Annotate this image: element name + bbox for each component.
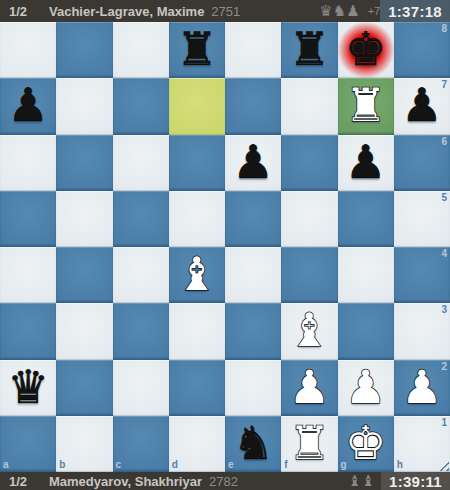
- black-player-name: Vachier-Lagrave, Maxime: [49, 4, 204, 19]
- black-pawn[interactable]: ♟: [233, 139, 274, 185]
- square-f7[interactable]: [281, 78, 337, 134]
- white-pawn[interactable]: ♟: [289, 364, 330, 410]
- square-g3[interactable]: [338, 303, 394, 359]
- white-captured-pieces: ♝♝: [348, 474, 375, 489]
- square-g2[interactable]: ♟: [338, 360, 394, 416]
- square-a8[interactable]: [0, 22, 56, 78]
- white-bishop[interactable]: ♝: [176, 251, 217, 297]
- square-b1[interactable]: b: [56, 416, 112, 472]
- square-b5[interactable]: [56, 191, 112, 247]
- square-c4[interactable]: [113, 247, 169, 303]
- rank-label-6: 6: [441, 137, 447, 147]
- square-c3[interactable]: [113, 303, 169, 359]
- square-d8[interactable]: ♜: [169, 22, 225, 78]
- file-label-d: d: [172, 460, 178, 470]
- rank-label-7: 7: [441, 80, 447, 90]
- black-rook[interactable]: ♜: [176, 26, 217, 72]
- file-label-b: b: [59, 460, 65, 470]
- black-king[interactable]: ♚: [345, 26, 386, 72]
- square-h5[interactable]: 5: [394, 191, 450, 247]
- black-pawn[interactable]: ♟: [401, 82, 442, 128]
- square-d6[interactable]: [169, 135, 225, 191]
- square-g5[interactable]: [338, 191, 394, 247]
- square-e8[interactable]: [225, 22, 281, 78]
- square-h3[interactable]: 3: [394, 303, 450, 359]
- square-d4[interactable]: ♝: [169, 247, 225, 303]
- square-h6[interactable]: 6: [394, 135, 450, 191]
- white-pawn[interactable]: ♟: [401, 364, 442, 410]
- square-b8[interactable]: [56, 22, 112, 78]
- square-f4[interactable]: [281, 247, 337, 303]
- rank-label-8: 8: [441, 24, 447, 34]
- black-player-score: 1/2: [0, 4, 35, 19]
- square-a4[interactable]: [0, 247, 56, 303]
- rank-label-2: 2: [441, 362, 447, 372]
- square-h2[interactable]: 2♟: [394, 360, 450, 416]
- rank-label-5: 5: [441, 193, 447, 203]
- square-e2[interactable]: [225, 360, 281, 416]
- square-g4[interactable]: [338, 247, 394, 303]
- square-b7[interactable]: [56, 78, 112, 134]
- rank-label-3: 3: [441, 305, 447, 315]
- square-h4[interactable]: 4: [394, 247, 450, 303]
- black-captured-pieces: ♛♞♟: [319, 4, 359, 19]
- white-clock: 1:39:11: [381, 472, 450, 490]
- bottom-player-bar: 1/2 Mamedyarov, Shakhriyar 2782 ♝♝ 1:39:…: [0, 472, 450, 490]
- file-label-g: g: [341, 460, 347, 470]
- rank-label-1: 1: [441, 418, 447, 428]
- square-e3[interactable]: [225, 303, 281, 359]
- white-player-rating: 2782: [209, 474, 238, 489]
- square-h8[interactable]: 8: [394, 22, 450, 78]
- square-c2[interactable]: [113, 360, 169, 416]
- black-queen[interactable]: ♛: [8, 364, 49, 410]
- square-d7[interactable]: [169, 78, 225, 134]
- chess-board: ♜♜♚8♟♜7♟♟♟65♝4♝3♛♟♟2♟abcde♞f♜g♚1h: [0, 22, 450, 472]
- rank-label-4: 4: [441, 249, 447, 259]
- square-a2[interactable]: ♛: [0, 360, 56, 416]
- captured-knight-icon: ♞: [333, 4, 346, 19]
- square-a3[interactable]: [0, 303, 56, 359]
- square-b4[interactable]: [56, 247, 112, 303]
- file-label-f: f: [284, 460, 287, 470]
- square-e1[interactable]: e♞: [225, 416, 281, 472]
- square-b3[interactable]: [56, 303, 112, 359]
- file-label-c: c: [116, 460, 122, 470]
- white-bishop[interactable]: ♝: [289, 307, 330, 353]
- square-d5[interactable]: [169, 191, 225, 247]
- square-d3[interactable]: [169, 303, 225, 359]
- square-f5[interactable]: [281, 191, 337, 247]
- white-player-name: Mamedyarov, Shakhriyar: [49, 474, 202, 489]
- file-label-a: a: [3, 460, 9, 470]
- square-a7[interactable]: ♟: [0, 78, 56, 134]
- black-pawn[interactable]: ♟: [8, 82, 49, 128]
- square-d2[interactable]: [169, 360, 225, 416]
- square-c5[interactable]: [113, 191, 169, 247]
- square-c6[interactable]: [113, 135, 169, 191]
- square-f6[interactable]: [281, 135, 337, 191]
- white-pawn[interactable]: ♟: [345, 364, 386, 410]
- captured-queen-icon: ♛: [319, 4, 332, 19]
- square-e7[interactable]: [225, 78, 281, 134]
- square-f2[interactable]: ♟: [281, 360, 337, 416]
- square-c7[interactable]: [113, 78, 169, 134]
- black-knight[interactable]: ♞: [233, 420, 274, 466]
- square-b6[interactable]: [56, 135, 112, 191]
- white-king[interactable]: ♚: [345, 420, 386, 466]
- black-player-rating: 2751: [211, 4, 240, 19]
- square-h7[interactable]: 7♟: [394, 78, 450, 134]
- square-d1[interactable]: d: [169, 416, 225, 472]
- square-f1[interactable]: f♜: [281, 416, 337, 472]
- square-c8[interactable]: [113, 22, 169, 78]
- white-rook[interactable]: ♜: [289, 420, 330, 466]
- square-a1[interactable]: a: [0, 416, 56, 472]
- white-player-score: 1/2: [0, 474, 35, 489]
- file-label-e: e: [228, 460, 234, 470]
- square-f8[interactable]: ♜: [281, 22, 337, 78]
- captured-bishop-icon: ♝: [362, 474, 375, 489]
- square-g6[interactable]: ♟: [338, 135, 394, 191]
- top-player-bar: 1/2 Vachier-Lagrave, Maxime 2751 ♛♞♟ +7 …: [0, 0, 450, 22]
- square-g1[interactable]: g♚: [338, 416, 394, 472]
- square-a6[interactable]: [0, 135, 56, 191]
- square-h1[interactable]: 1h: [394, 416, 450, 472]
- square-a5[interactable]: [0, 191, 56, 247]
- square-g8[interactable]: ♚: [338, 22, 394, 78]
- resize-handle-icon[interactable]: [439, 461, 449, 471]
- square-e6[interactable]: ♟: [225, 135, 281, 191]
- captured-pawn-icon: ♟: [346, 4, 359, 19]
- black-rook[interactable]: ♜: [289, 26, 330, 72]
- chess-app: 1/2 Vachier-Lagrave, Maxime 2751 ♛♞♟ +7 …: [0, 0, 450, 490]
- square-c1[interactable]: c: [113, 416, 169, 472]
- square-e4[interactable]: [225, 247, 281, 303]
- square-f3[interactable]: ♝: [281, 303, 337, 359]
- file-label-h: h: [397, 460, 403, 470]
- material-advantage: +7: [368, 5, 381, 17]
- black-clock: 1:37:18: [380, 0, 450, 22]
- square-e5[interactable]: [225, 191, 281, 247]
- square-g7[interactable]: ♜: [338, 78, 394, 134]
- square-b2[interactable]: [56, 360, 112, 416]
- black-pawn[interactable]: ♟: [345, 139, 386, 185]
- captured-bishop-icon: ♝: [348, 474, 361, 489]
- white-rook[interactable]: ♜: [345, 82, 386, 128]
